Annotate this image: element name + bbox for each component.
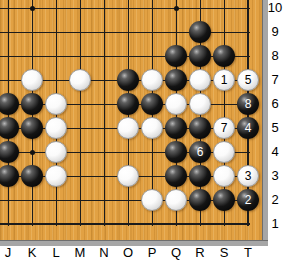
stone-S3 (213, 165, 235, 187)
row-label-7: 7 (266, 72, 284, 88)
go-board[interactable]: 15874632 (0, 0, 262, 240)
stone-R6 (189, 93, 211, 115)
stone-T7: 5 (237, 69, 259, 91)
stone-O3 (117, 165, 139, 187)
stone-K3 (21, 165, 43, 187)
star-point-K10 (30, 6, 35, 11)
stone-Q8 (165, 45, 187, 67)
col-label-P: P (144, 245, 160, 260)
stone-Q2 (165, 189, 187, 211)
stone-T6: 8 (237, 93, 259, 115)
stone-O7 (117, 69, 139, 91)
stone-Q4 (165, 141, 187, 163)
col-label-Q: Q (168, 245, 184, 260)
stone-S2 (213, 189, 235, 211)
star-point-K4 (30, 150, 35, 155)
col-label-J: J (0, 245, 16, 260)
stone-Q7 (165, 69, 187, 91)
col-label-M: M (72, 245, 88, 260)
stone-P7 (141, 69, 163, 91)
stone-K7 (21, 69, 43, 91)
stone-J6 (0, 93, 19, 115)
stone-O5 (117, 117, 139, 139)
stone-K6 (21, 93, 43, 115)
stone-R4: 6 (189, 141, 211, 163)
stone-S4 (213, 141, 235, 163)
row-label-5: 5 (266, 120, 284, 136)
col-label-T: T (240, 245, 256, 260)
stone-R3 (189, 165, 211, 187)
grid-line-h-9 (0, 32, 250, 33)
stone-K5 (21, 117, 43, 139)
row-label-1: 1 (266, 216, 284, 232)
stone-J3 (0, 165, 19, 187)
stone-J4 (0, 141, 19, 163)
stone-O6 (117, 93, 139, 115)
stone-Q3 (165, 165, 187, 187)
stone-R5 (189, 117, 211, 139)
row-label-8: 8 (266, 48, 284, 64)
stone-R9 (189, 21, 211, 43)
stone-R2 (189, 189, 211, 211)
grid-line-v-M (80, 0, 81, 226)
col-label-N: N (96, 245, 112, 260)
stone-P6 (141, 93, 163, 115)
row-label-10: 10 (266, 0, 284, 16)
row-label-4: 4 (266, 144, 284, 160)
stone-R8 (189, 45, 211, 67)
stone-T3: 3 (237, 165, 259, 187)
row-label-6: 6 (266, 96, 284, 112)
stone-L6 (45, 93, 67, 115)
row-label-2: 2 (266, 192, 284, 208)
stone-L3 (45, 165, 67, 187)
stone-T2: 2 (237, 189, 259, 211)
col-label-K: K (24, 245, 40, 260)
stone-R7 (189, 69, 211, 91)
stone-L4 (45, 141, 67, 163)
row-label-3: 3 (266, 168, 284, 184)
stone-S5: 7 (213, 117, 235, 139)
stone-J5 (0, 117, 19, 139)
stone-L5 (45, 117, 67, 139)
stone-S8 (213, 45, 235, 67)
grid-line-h-10 (0, 8, 250, 9)
grid-line-v-N (104, 0, 105, 226)
col-label-L: L (48, 245, 64, 260)
stone-P2 (141, 189, 163, 211)
col-label-R: R (192, 245, 208, 260)
stone-T5: 4 (237, 117, 259, 139)
col-label-S: S (216, 245, 232, 260)
col-label-O: O (120, 245, 136, 260)
star-point-Q10 (174, 6, 179, 11)
stone-Q6 (165, 93, 187, 115)
stone-S7: 1 (213, 69, 235, 91)
stone-P5 (141, 117, 163, 139)
go-diagram-screen: 15874632 10987654321 JKLMNOPQRST (0, 0, 284, 260)
stone-M7 (69, 69, 91, 91)
row-label-9: 9 (266, 24, 284, 40)
grid-line-h-1 (0, 223, 250, 225)
stone-Q5 (165, 117, 187, 139)
